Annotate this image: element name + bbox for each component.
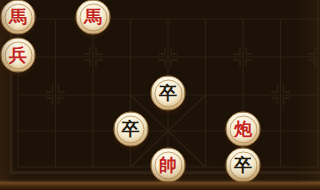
piece-general-red[interactable]: 帥 <box>151 148 186 183</box>
xiangqi-board: 馬馬兵卒卒炮帥卒 <box>0 0 320 190</box>
piece-glyph: 卒 <box>159 84 177 102</box>
piece-soldier-black[interactable]: 卒 <box>151 76 186 111</box>
piece-horse-red[interactable]: 馬 <box>76 0 111 35</box>
piece-glyph: 帥 <box>159 156 177 174</box>
piece-glyph: 馬 <box>84 8 102 26</box>
piece-soldier-black[interactable]: 卒 <box>226 148 261 183</box>
piece-horse-red[interactable]: 馬 <box>1 0 36 35</box>
piece-glyph: 馬 <box>9 8 27 26</box>
piece-glyph: 兵 <box>9 46 27 64</box>
piece-glyph: 卒 <box>234 156 252 174</box>
piece-glyph: 炮 <box>234 120 252 138</box>
piece-soldier-black[interactable]: 卒 <box>113 112 148 147</box>
board-edge <box>0 180 320 190</box>
piece-soldier-red[interactable]: 兵 <box>1 38 36 73</box>
piece-cannon-red[interactable]: 炮 <box>226 112 261 147</box>
piece-glyph: 卒 <box>122 120 140 138</box>
